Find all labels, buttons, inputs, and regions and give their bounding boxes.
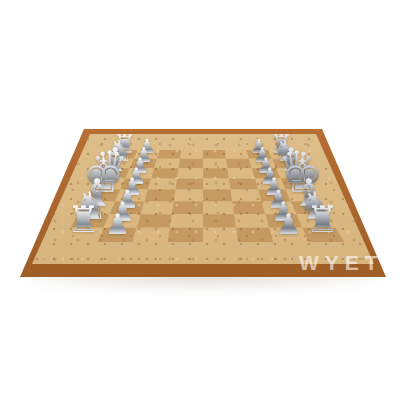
product-photo: ♜♟♟♜♞♟♟♞♝♟♟♝♛♟♟♛♚♟♟♚♝♟♟♝♞♟♟♞♜♟♟♜ WYETH xyxy=(0,0,400,400)
piece-black-pawn[interactable]: ♟ xyxy=(276,211,302,240)
piece-white-pawn[interactable]: ♟ xyxy=(105,211,131,240)
watermark: WYETH xyxy=(299,251,400,275)
piece-black-rook[interactable]: ♜ xyxy=(306,203,339,240)
piece-white-rook[interactable]: ♜ xyxy=(67,203,100,240)
chess-board: ♜♟♟♜♞♟♟♞♝♟♟♝♛♟♟♛♚♟♟♚♝♟♟♝♞♟♟♞♜♟♟♜ xyxy=(0,0,400,400)
